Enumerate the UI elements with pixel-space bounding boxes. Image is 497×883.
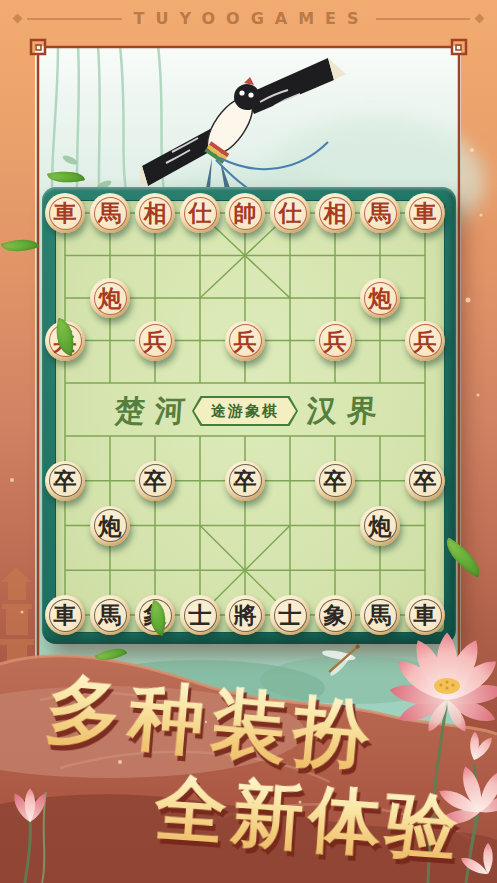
piece-glyph: 士 — [180, 595, 220, 635]
piece-red-chariot[interactable]: 車 — [405, 193, 445, 233]
lotus-corner — [456, 839, 497, 883]
piece-glyph: 兵 — [135, 321, 175, 361]
piece-red-elephant[interactable]: 相 — [135, 193, 175, 233]
piece-glyph: 兵 — [225, 321, 265, 361]
piece-glyph: 馬 — [360, 193, 400, 233]
piece-black-soldier[interactable]: 卒 — [315, 461, 355, 501]
header-rule-right — [376, 18, 471, 20]
piece-black-soldier[interactable]: 卒 — [135, 461, 175, 501]
piece-black-advisor[interactable]: 士 — [270, 595, 310, 635]
piece-black-general[interactable]: 將 — [225, 595, 265, 635]
piece-glyph: 兵 — [405, 321, 445, 361]
piece-glyph: 車 — [405, 595, 445, 635]
piece-red-general[interactable]: 帥 — [225, 193, 265, 233]
floating-leaf — [1, 233, 40, 258]
piece-red-cannon[interactable]: 炮 — [90, 278, 130, 318]
piece-red-elephant[interactable]: 相 — [315, 193, 355, 233]
lotus-bud-left — [11, 788, 50, 824]
piece-red-cannon[interactable]: 炮 — [360, 278, 400, 318]
piece-black-cannon[interactable]: 炮 — [360, 506, 400, 546]
piece-red-soldier[interactable]: 兵 — [225, 321, 265, 361]
piece-glyph: 相 — [315, 193, 355, 233]
banner-line2: 全新体验 — [152, 760, 466, 877]
piece-glyph: 卒 — [45, 461, 85, 501]
piece-black-soldier[interactable]: 卒 — [405, 461, 445, 501]
piece-glyph: 車 — [405, 193, 445, 233]
piece-glyph: 炮 — [90, 506, 130, 546]
piece-glyph: 馬 — [360, 595, 400, 635]
piece-black-chariot[interactable]: 車 — [45, 595, 85, 635]
piece-black-advisor[interactable]: 士 — [180, 595, 220, 635]
piece-glyph: 帥 — [225, 193, 265, 233]
piece-black-horse[interactable]: 馬 — [360, 595, 400, 635]
piece-glyph: 車 — [45, 193, 85, 233]
piece-glyph: 士 — [270, 595, 310, 635]
piece-glyph: 炮 — [360, 506, 400, 546]
piece-red-soldier[interactable]: 兵 — [405, 321, 445, 361]
header-rule-left — [27, 18, 122, 20]
piece-glyph: 仕 — [270, 193, 310, 233]
xiangqi-board[interactable]: 楚河 汉界 途游象棋 車馬相仕帥仕相馬車炮炮兵兵兵兵兵卒卒卒卒卒炮炮車馬象士將士… — [42, 187, 456, 644]
piece-glyph: 仕 — [180, 193, 220, 233]
diamond-icon — [475, 14, 485, 24]
piece-black-soldier[interactable]: 卒 — [45, 461, 85, 501]
river-label-hanjie: 汉界 — [280, 385, 414, 437]
piece-glyph: 炮 — [90, 278, 130, 318]
piece-red-advisor[interactable]: 仕 — [270, 193, 310, 233]
piece-red-horse[interactable]: 馬 — [90, 193, 130, 233]
piece-red-chariot[interactable]: 車 — [45, 193, 85, 233]
piece-black-cannon[interactable]: 炮 — [90, 506, 130, 546]
piece-glyph: 卒 — [225, 461, 265, 501]
header: TUYOOGAMES — [14, 9, 483, 28]
piece-glyph: 將 — [225, 595, 265, 635]
piece-glyph: 卒 — [135, 461, 175, 501]
piece-glyph: 馬 — [90, 193, 130, 233]
piece-glyph: 象 — [315, 595, 355, 635]
piece-black-soldier[interactable]: 卒 — [225, 461, 265, 501]
brand-badge-label: 途游象棋 — [194, 398, 296, 424]
piece-black-horse[interactable]: 馬 — [90, 595, 130, 635]
piece-glyph: 卒 — [315, 461, 355, 501]
piece-red-soldier[interactable]: 兵 — [315, 321, 355, 361]
piece-black-chariot[interactable]: 車 — [405, 595, 445, 635]
lotus-bud — [461, 729, 496, 766]
piece-red-soldier[interactable]: 兵 — [135, 321, 175, 361]
piece-glyph: 炮 — [360, 278, 400, 318]
piece-glyph: 相 — [135, 193, 175, 233]
piece-red-advisor[interactable]: 仕 — [180, 193, 220, 233]
header-title: TUYOOGAMES — [128, 9, 370, 28]
piece-glyph: 兵 — [315, 321, 355, 361]
app-screen: TUYOOGAMES — [0, 0, 497, 883]
piece-glyph: 車 — [45, 595, 85, 635]
piece-black-elephant[interactable]: 象 — [315, 595, 355, 635]
diamond-icon — [13, 14, 23, 24]
piece-red-horse[interactable]: 馬 — [360, 193, 400, 233]
piece-glyph: 卒 — [405, 461, 445, 501]
piece-glyph: 馬 — [90, 595, 130, 635]
